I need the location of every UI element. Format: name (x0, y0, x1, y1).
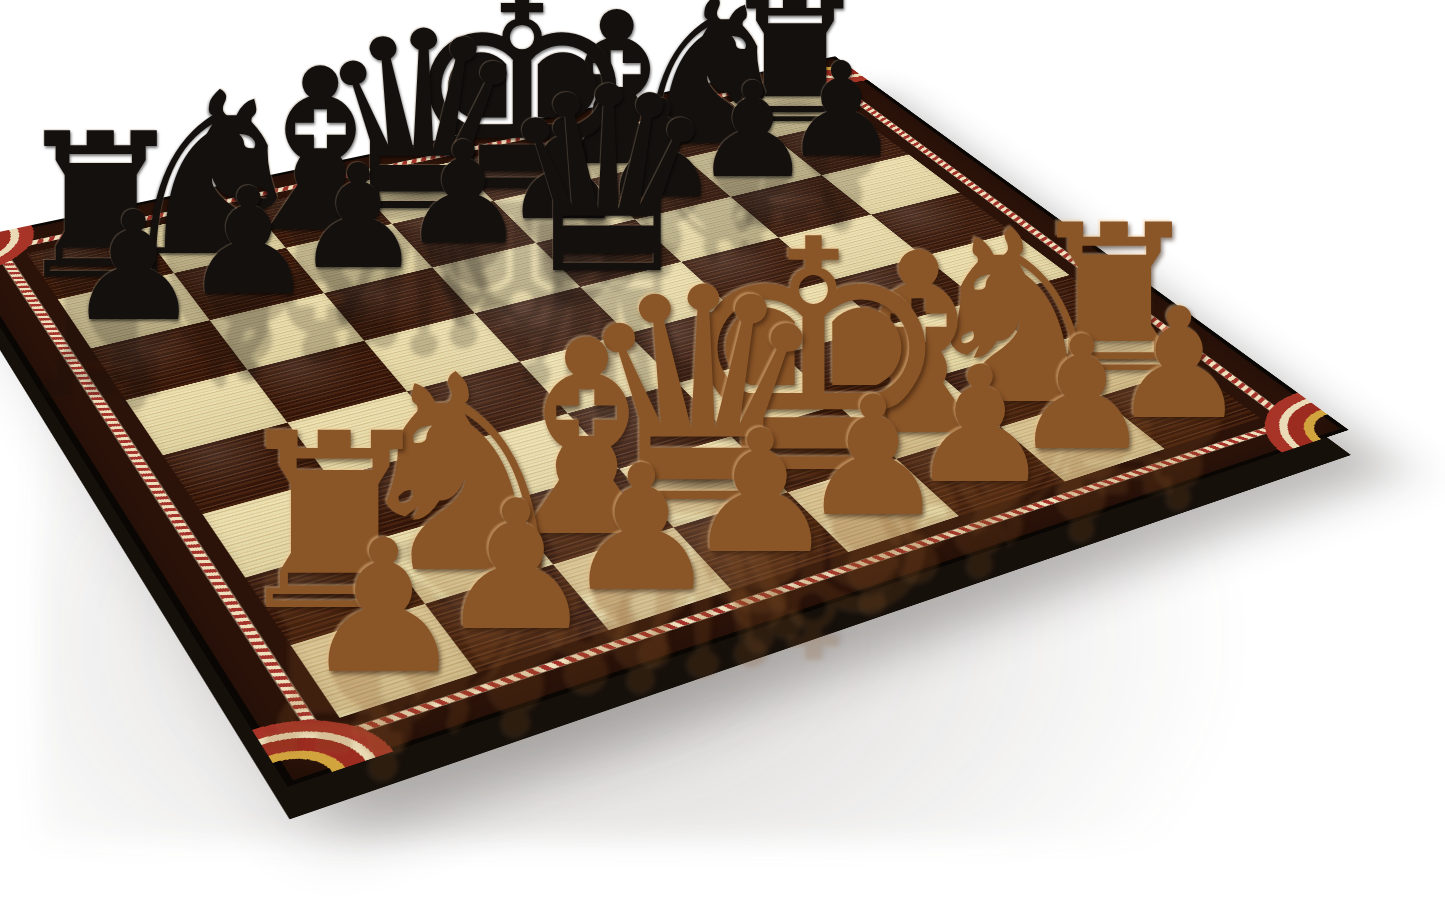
piece-glyph: ♟ (182, 168, 315, 316)
piece-glyph: ♟ (301, 515, 466, 699)
piece-glyph: ♟ (66, 192, 201, 343)
pieces-layer: ♜♜♞♞♝♝♚♚♛♛♝♝♞♞♜♜♟♟♟♟♟♟♟♟♟♟♟♟♟♟♟♟♛♛♜♜♞♞♝♝… (0, 0, 1445, 902)
